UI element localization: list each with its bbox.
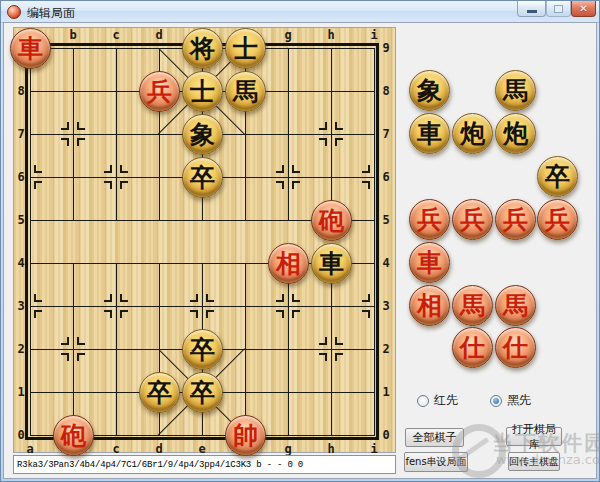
file-label: i [368, 443, 380, 455]
rank-label: 2 [15, 343, 27, 355]
fen-input[interactable]: R3ka3/3Pan3/4b4/4p4/7C1/6Br1/9/4p4/3pp4/… [13, 455, 396, 474]
file-label: e [196, 443, 208, 455]
rank-label: 7 [15, 128, 27, 140]
titlebar[interactable]: 编辑局面 [1, 1, 599, 23]
board-piece-black[interactable]: 車 [311, 243, 352, 284]
rank-label: 5 [15, 214, 27, 226]
rank-label: 6 [15, 171, 27, 183]
rank-label: 0 [15, 429, 27, 441]
window-title: 编辑局面 [27, 5, 75, 22]
maximize-button[interactable] [546, 1, 571, 17]
point-marker [190, 294, 198, 302]
point-marker [104, 165, 112, 173]
tray-piece-red[interactable]: 仕 [495, 327, 536, 368]
grid-line [73, 48, 74, 221]
rank-label: 8 [380, 85, 392, 97]
point-marker [120, 165, 128, 173]
point-marker [292, 294, 300, 302]
point-marker [319, 337, 327, 345]
tray-piece-black[interactable]: 馬 [495, 70, 536, 111]
board-piece-black[interactable]: 士 [225, 28, 266, 69]
grid-line [331, 263, 332, 436]
rank-label: 9 [380, 42, 392, 54]
point-marker [292, 181, 300, 189]
board-piece-black[interactable]: 卒 [139, 372, 180, 413]
point-marker [61, 337, 69, 345]
tray-piece-red[interactable]: 兵 [452, 199, 493, 240]
point-marker [292, 165, 300, 173]
board-piece-red[interactable]: 相 [268, 243, 309, 284]
point-marker [335, 353, 343, 361]
grid-line [73, 263, 74, 436]
file-label: c [110, 443, 122, 455]
point-marker [206, 310, 214, 318]
grid-line [374, 48, 375, 436]
xiangqi-board[interactable]: aabbccddeeffgghhii99887766554433221100車将… [13, 27, 396, 453]
tray-piece-red[interactable]: 兵 [495, 199, 536, 240]
point-marker [61, 353, 69, 361]
radio-black-label: 黑先 [507, 392, 531, 409]
maximize-icon [554, 5, 563, 13]
file-label: h [325, 443, 337, 455]
board-piece-black[interactable]: 卒 [182, 372, 223, 413]
board-piece-black[interactable]: 士 [182, 71, 223, 112]
point-marker [34, 165, 42, 173]
rank-label: 7 [380, 128, 392, 140]
point-marker [276, 181, 284, 189]
point-marker [206, 294, 214, 302]
point-marker [34, 294, 42, 302]
minimize-icon [527, 10, 537, 13]
board-piece-red[interactable]: 砲 [53, 415, 94, 456]
point-marker [77, 122, 85, 130]
file-label: g [282, 29, 294, 41]
point-marker [276, 310, 284, 318]
point-marker [276, 294, 284, 302]
point-marker [335, 138, 343, 146]
tray-piece-red[interactable]: 車 [409, 242, 450, 283]
point-marker [362, 165, 370, 173]
tray-piece-red[interactable]: 馬 [495, 285, 536, 326]
close-button[interactable]: ✕ [571, 1, 596, 17]
radio-red-first[interactable]: 红先 [417, 392, 458, 409]
radio-red-label: 红先 [434, 392, 458, 409]
point-marker [190, 310, 198, 318]
rank-label: 8 [15, 85, 27, 97]
tray-piece-black[interactable]: 車 [409, 113, 450, 154]
point-marker [335, 337, 343, 345]
radio-black-first[interactable]: 黑先 [490, 392, 531, 409]
rank-label: 1 [380, 386, 392, 398]
send-back-button[interactable]: 回传主棋盘 [508, 452, 560, 471]
point-marker [120, 294, 128, 302]
file-label: c [110, 29, 122, 41]
point-marker [61, 122, 69, 130]
board-piece-black[interactable]: 馬 [225, 71, 266, 112]
minimize-button[interactable] [517, 1, 546, 17]
tray-piece-red[interactable]: 兵 [537, 199, 578, 240]
fen-setup-button[interactable]: fens串设局面 [404, 452, 468, 472]
board-piece-black[interactable]: 将 [182, 28, 223, 69]
board-piece-red[interactable]: 車 [10, 28, 51, 69]
point-marker [362, 181, 370, 189]
point-marker [120, 181, 128, 189]
radio-black-circle[interactable] [490, 395, 502, 407]
rank-label: 6 [380, 171, 392, 183]
file-label: g [282, 443, 294, 455]
point-marker [120, 310, 128, 318]
rank-label: 3 [380, 300, 392, 312]
file-label: b [67, 29, 79, 41]
tray-piece-red[interactable]: 馬 [452, 285, 493, 326]
open-library-button[interactable]: 打开棋局库 [506, 427, 562, 446]
tray-piece-red[interactable]: 仕 [452, 327, 493, 368]
point-marker [104, 181, 112, 189]
point-marker [77, 353, 85, 361]
file-label: h [325, 29, 337, 41]
grid-line [331, 48, 332, 221]
board-piece-red[interactable]: 帥 [225, 415, 266, 456]
close-icon: ✕ [579, 3, 587, 14]
grid-line [288, 48, 289, 221]
point-marker [34, 181, 42, 189]
board-piece-red[interactable]: 兵 [139, 71, 180, 112]
file-label: d [153, 443, 165, 455]
point-marker [335, 122, 343, 130]
point-marker [104, 310, 112, 318]
point-marker [61, 138, 69, 146]
point-marker [362, 310, 370, 318]
tray-piece-red[interactable]: 相 [409, 285, 450, 326]
grid-line [288, 263, 289, 436]
point-marker [77, 337, 85, 345]
tray-piece-black[interactable]: 炮 [495, 113, 536, 154]
rank-label: 5 [380, 214, 392, 226]
board-piece-red[interactable]: 砲 [311, 200, 352, 241]
rank-label: 1 [15, 386, 27, 398]
point-marker [77, 138, 85, 146]
grid-line [116, 48, 117, 221]
board-piece-black[interactable]: 象 [182, 114, 223, 155]
point-marker [104, 294, 112, 302]
board-piece-black[interactable]: 卒 [182, 329, 223, 370]
board-piece-black[interactable]: 卒 [182, 157, 223, 198]
all-pieces-button[interactable]: 全部棋子 [405, 428, 464, 447]
point-marker [276, 165, 284, 173]
tray-piece-black[interactable]: 象 [409, 70, 450, 111]
point-marker [362, 294, 370, 302]
point-marker [319, 138, 327, 146]
point-marker [319, 122, 327, 130]
rank-label: 2 [380, 343, 392, 355]
rank-label: 4 [15, 257, 27, 269]
file-label: i [368, 29, 380, 41]
point-marker [34, 310, 42, 318]
point-marker [292, 310, 300, 318]
rank-label: 3 [15, 300, 27, 312]
file-label: d [153, 29, 165, 41]
tray-piece-black[interactable]: 炮 [452, 113, 493, 154]
grid-line [30, 48, 31, 436]
rank-label: 0 [380, 429, 392, 441]
app-icon [7, 5, 21, 19]
radio-red-circle[interactable] [417, 395, 429, 407]
file-label: a [24, 443, 36, 455]
point-marker [319, 353, 327, 361]
tray-piece-black[interactable]: 卒 [537, 156, 578, 197]
grid-line [245, 263, 246, 436]
tray-piece-red[interactable]: 兵 [409, 199, 450, 240]
grid-line [116, 263, 117, 436]
rank-label: 4 [380, 257, 392, 269]
